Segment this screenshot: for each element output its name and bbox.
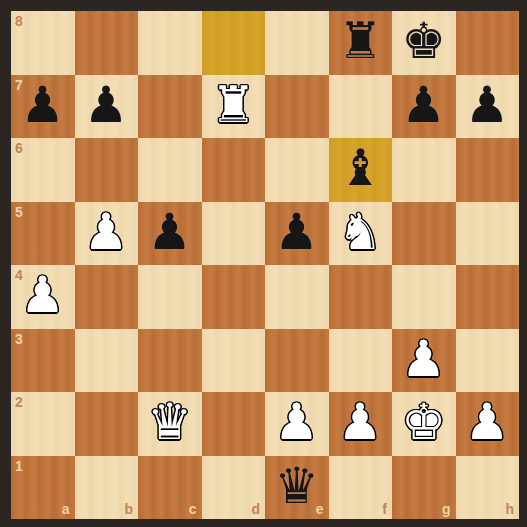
square-h3[interactable] bbox=[456, 329, 520, 393]
square-a5[interactable]: 5 bbox=[11, 202, 75, 266]
white-knight[interactable]: ♞ bbox=[338, 202, 383, 265]
square-c6[interactable] bbox=[138, 138, 202, 202]
square-g1[interactable]: g bbox=[392, 456, 456, 520]
rank-label-1: 1 bbox=[15, 459, 23, 473]
black-pawn[interactable]: ♟ bbox=[84, 75, 129, 138]
square-g8[interactable]: ♚ bbox=[392, 11, 456, 75]
square-a7[interactable]: 7♟ bbox=[11, 75, 75, 139]
square-f3[interactable] bbox=[329, 329, 393, 393]
square-d2[interactable] bbox=[202, 392, 266, 456]
rank-label-3: 3 bbox=[15, 332, 23, 346]
white-pawn[interactable]: ♟ bbox=[401, 329, 446, 392]
square-h4[interactable] bbox=[456, 265, 520, 329]
white-rook[interactable]: ♜ bbox=[211, 75, 256, 138]
square-f6[interactable]: ♝ bbox=[329, 138, 393, 202]
square-e7[interactable] bbox=[265, 75, 329, 139]
file-label-g: g bbox=[442, 502, 451, 516]
file-label-a: a bbox=[62, 502, 70, 516]
square-c5[interactable]: ♟ bbox=[138, 202, 202, 266]
square-b6[interactable] bbox=[75, 138, 139, 202]
square-f4[interactable] bbox=[329, 265, 393, 329]
square-g6[interactable] bbox=[392, 138, 456, 202]
square-f2[interactable]: ♟ bbox=[329, 392, 393, 456]
square-f5[interactable]: ♞ bbox=[329, 202, 393, 266]
square-c7[interactable] bbox=[138, 75, 202, 139]
square-h6[interactable] bbox=[456, 138, 520, 202]
black-pawn[interactable]: ♟ bbox=[401, 75, 446, 138]
square-c4[interactable] bbox=[138, 265, 202, 329]
square-d3[interactable] bbox=[202, 329, 266, 393]
white-queen[interactable]: ♛ bbox=[147, 392, 192, 455]
square-e8[interactable] bbox=[265, 11, 329, 75]
square-g2[interactable]: ♚ bbox=[392, 392, 456, 456]
chess-app-window: 8♜♚7♟♟♜♟♟6♝5♟♟♟♞4♟3♟2♛♟♟♚♟1abcde♛fgh bbox=[0, 0, 527, 527]
square-c1[interactable]: c bbox=[138, 456, 202, 520]
file-label-b: b bbox=[124, 502, 133, 516]
square-b3[interactable] bbox=[75, 329, 139, 393]
square-b1[interactable]: b bbox=[75, 456, 139, 520]
rank-label-6: 6 bbox=[15, 141, 23, 155]
file-label-d: d bbox=[251, 502, 260, 516]
square-g3[interactable]: ♟ bbox=[392, 329, 456, 393]
white-pawn[interactable]: ♟ bbox=[338, 392, 383, 455]
file-label-h: h bbox=[505, 502, 514, 516]
square-c3[interactable] bbox=[138, 329, 202, 393]
square-e4[interactable] bbox=[265, 265, 329, 329]
black-pawn[interactable]: ♟ bbox=[465, 75, 510, 138]
square-d6[interactable] bbox=[202, 138, 266, 202]
square-d7[interactable]: ♜ bbox=[202, 75, 266, 139]
white-pawn[interactable]: ♟ bbox=[274, 392, 319, 455]
black-bishop[interactable]: ♝ bbox=[338, 138, 383, 201]
black-pawn[interactable]: ♟ bbox=[274, 202, 319, 265]
white-king[interactable]: ♚ bbox=[401, 392, 446, 455]
black-pawn[interactable]: ♟ bbox=[147, 202, 192, 265]
square-a2[interactable]: 2 bbox=[11, 392, 75, 456]
black-rook[interactable]: ♜ bbox=[338, 11, 383, 74]
square-h7[interactable]: ♟ bbox=[456, 75, 520, 139]
square-e2[interactable]: ♟ bbox=[265, 392, 329, 456]
rank-label-2: 2 bbox=[15, 395, 23, 409]
square-h2[interactable]: ♟ bbox=[456, 392, 520, 456]
square-f7[interactable] bbox=[329, 75, 393, 139]
square-e6[interactable] bbox=[265, 138, 329, 202]
square-g7[interactable]: ♟ bbox=[392, 75, 456, 139]
square-b4[interactable] bbox=[75, 265, 139, 329]
square-a1[interactable]: 1a bbox=[11, 456, 75, 520]
square-e3[interactable] bbox=[265, 329, 329, 393]
square-f1[interactable]: f bbox=[329, 456, 393, 520]
square-d4[interactable] bbox=[202, 265, 266, 329]
square-g4[interactable] bbox=[392, 265, 456, 329]
white-pawn[interactable]: ♟ bbox=[465, 392, 510, 455]
white-pawn[interactable]: ♟ bbox=[20, 265, 65, 328]
white-pawn[interactable]: ♟ bbox=[84, 202, 129, 265]
square-c8[interactable] bbox=[138, 11, 202, 75]
square-f8[interactable]: ♜ bbox=[329, 11, 393, 75]
square-a8[interactable]: 8 bbox=[11, 11, 75, 75]
square-e5[interactable]: ♟ bbox=[265, 202, 329, 266]
file-label-c: c bbox=[189, 502, 197, 516]
black-pawn[interactable]: ♟ bbox=[20, 75, 65, 138]
black-queen[interactable]: ♛ bbox=[274, 456, 319, 519]
square-b8[interactable] bbox=[75, 11, 139, 75]
square-d8[interactable] bbox=[202, 11, 266, 75]
square-a6[interactable]: 6 bbox=[11, 138, 75, 202]
square-h8[interactable] bbox=[456, 11, 520, 75]
square-b5[interactable]: ♟ bbox=[75, 202, 139, 266]
square-d1[interactable]: d bbox=[202, 456, 266, 520]
square-a4[interactable]: 4♟ bbox=[11, 265, 75, 329]
square-e1[interactable]: e♛ bbox=[265, 456, 329, 520]
square-g5[interactable] bbox=[392, 202, 456, 266]
rank-label-5: 5 bbox=[15, 205, 23, 219]
square-a3[interactable]: 3 bbox=[11, 329, 75, 393]
file-label-f: f bbox=[382, 502, 387, 516]
square-b2[interactable] bbox=[75, 392, 139, 456]
square-c2[interactable]: ♛ bbox=[138, 392, 202, 456]
square-d5[interactable] bbox=[202, 202, 266, 266]
black-king[interactable]: ♚ bbox=[401, 11, 446, 74]
chess-board: 8♜♚7♟♟♜♟♟6♝5♟♟♟♞4♟3♟2♛♟♟♚♟1abcde♛fgh bbox=[11, 11, 519, 519]
square-b7[interactable]: ♟ bbox=[75, 75, 139, 139]
square-h5[interactable] bbox=[456, 202, 520, 266]
rank-label-8: 8 bbox=[15, 14, 23, 28]
square-h1[interactable]: h bbox=[456, 456, 520, 520]
